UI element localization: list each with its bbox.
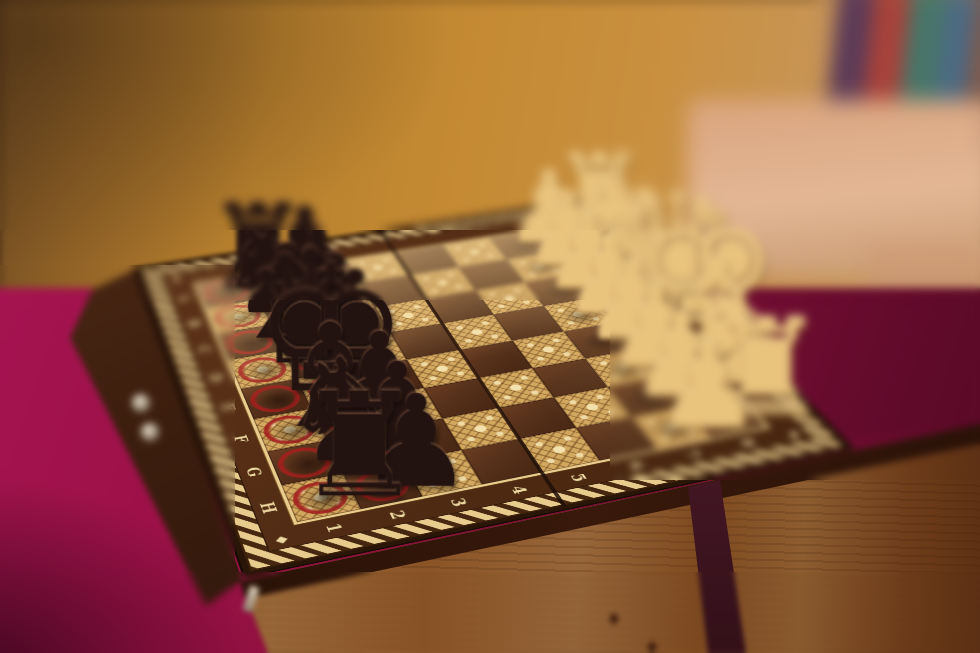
- wood-knot: [648, 642, 656, 652]
- wood-knot: [610, 614, 618, 624]
- piece-black-rook[interactable]: ♜︎: [296, 379, 361, 515]
- background-right-blur: [868, 245, 980, 460]
- bookshelf-books: [815, 0, 980, 153]
- metal-clasp: [141, 423, 159, 441]
- photo-chess-scene: ◆ ◆ ◆ ◆ ABCDEFGH 12345678 ♜︎♟︎♟︎♜︎♞︎♟︎♟︎…: [0, 0, 980, 653]
- square-h1[interactable]: ♜︎: [282, 474, 361, 523]
- blur-overlay-far: [0, 0, 980, 230]
- chess-board: ◆ ◆ ◆ ◆ ABCDEFGH 12345678 ♜︎♟︎♟︎♜︎♞︎♟︎♟︎…: [134, 196, 852, 576]
- blur-overlay-bottom: [0, 572, 980, 653]
- metal-hook: [242, 585, 260, 613]
- piece-white-pawn[interactable]: ♟︎: [653, 328, 714, 443]
- metal-clasp: [132, 394, 150, 412]
